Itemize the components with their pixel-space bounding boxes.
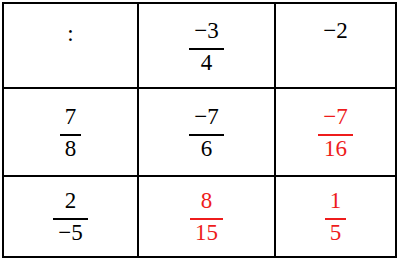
fraction-denominator: 16	[319, 136, 352, 160]
operator-cell: :	[4, 4, 139, 89]
fraction-numerator: 1	[325, 189, 347, 218]
fraction-denominator: 6	[196, 136, 218, 160]
fraction: 7 8	[60, 105, 82, 160]
fraction-numerator: −7	[189, 105, 223, 134]
fraction: −7 16	[318, 105, 352, 160]
fraction: −3 4	[189, 19, 223, 74]
answer-r2-c1-cell: 8 15	[139, 177, 276, 256]
fraction: 2 −5	[53, 189, 87, 244]
row-header-1-cell: 7 8	[4, 89, 139, 177]
col-header-2-cell: −2	[276, 4, 395, 89]
fraction-numerator: 8	[196, 189, 218, 218]
fraction: 1 5	[325, 189, 347, 244]
answer-r2-c2-cell: 1 5	[276, 177, 395, 256]
fraction-denominator: 5	[325, 220, 347, 244]
row-header-2-cell: 2 −5	[4, 177, 139, 256]
fraction-denominator: 8	[60, 136, 82, 160]
fraction: −7 6	[189, 105, 223, 160]
fraction-numerator: −3	[189, 19, 223, 48]
fraction-denominator: 4	[196, 50, 218, 74]
fraction-numerator: −7	[318, 105, 352, 134]
division-table: : −3 4 −2 7 8 −7 6	[2, 2, 397, 258]
fraction-denominator: 15	[190, 220, 223, 244]
worksheet-canvas: : −3 4 −2 7 8 −7 6	[0, 0, 404, 267]
division-colon-operator: :	[67, 19, 73, 45]
answer-r1-c1-cell: −7 6	[139, 89, 276, 177]
answer-r1-c2-cell: −7 16	[276, 89, 395, 177]
fraction: 8 15	[190, 189, 223, 244]
integer-value: −2	[323, 19, 347, 42]
fraction-denominator: −5	[53, 220, 87, 244]
col-header-1-cell: −3 4	[139, 4, 276, 89]
fraction-numerator: 2	[60, 189, 82, 218]
fraction-numerator: 7	[60, 105, 82, 134]
